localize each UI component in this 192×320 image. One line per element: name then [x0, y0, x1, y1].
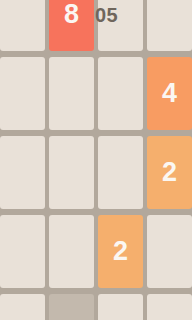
tile-8-r1c2: 8 — [49, 0, 94, 51]
empty-cell-r5c1 — [0, 294, 45, 320]
empty-cell-r2c2 — [49, 57, 94, 130]
empty-cell-r3c2 — [49, 136, 94, 209]
empty-cell-r4c1 — [0, 215, 45, 288]
empty-cell-r5c2 — [49, 294, 94, 320]
tile-2-r4c3: 2 — [98, 215, 143, 288]
game-board-2048[interactable]: 8422 05 — [0, 0, 192, 320]
empty-cell-r4c4 — [147, 215, 192, 288]
tile-2-r3c4: 2 — [147, 136, 192, 209]
empty-cell-r5c4 — [147, 294, 192, 320]
empty-cell-r3c1 — [0, 136, 45, 209]
empty-cell-r2c1 — [0, 57, 45, 130]
empty-cell-r3c3 — [98, 136, 143, 209]
empty-cell-r1c4 — [147, 0, 192, 51]
empty-cell-r2c3 — [98, 57, 143, 130]
empty-cell-r4c2 — [49, 215, 94, 288]
tile-4-r2c4: 4 — [147, 57, 192, 130]
empty-cell-r5c3 — [98, 294, 143, 320]
empty-cell-r1c1 — [0, 0, 45, 51]
score-popup-text: 05 — [95, 5, 118, 25]
